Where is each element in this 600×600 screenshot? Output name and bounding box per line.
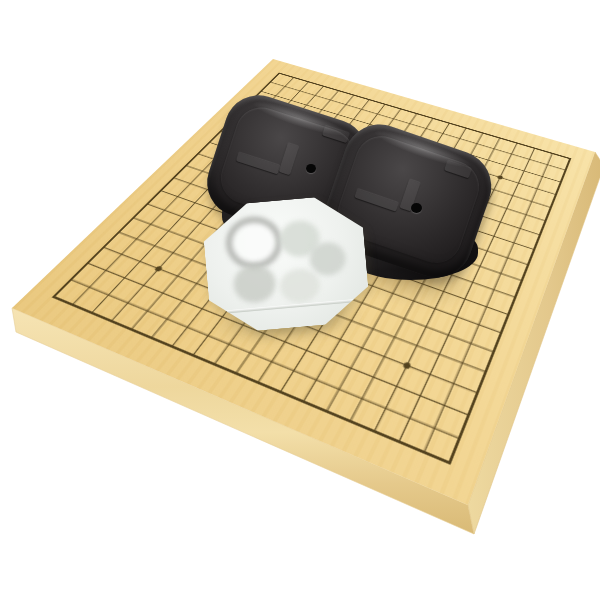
white-stone-visible [232,263,277,305]
lid-hole [411,203,422,213]
white-stone-visible [308,241,347,277]
white-stone-visible [224,214,284,271]
white-stone-visible [279,267,322,304]
go-set-product-photo [0,0,600,600]
lid-hole [306,164,316,173]
white-stone-container [206,200,370,336]
